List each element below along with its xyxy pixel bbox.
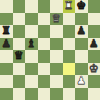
square-a7[interactable] bbox=[0, 13, 13, 26]
square-f2[interactable] bbox=[63, 75, 76, 88]
black-pawn-piece[interactable]: ♟ bbox=[89, 38, 99, 51]
square-b3[interactable] bbox=[13, 63, 26, 76]
square-f3[interactable] bbox=[63, 63, 76, 76]
square-e6[interactable] bbox=[50, 25, 63, 38]
square-g7[interactable] bbox=[75, 13, 88, 26]
black-pawn-piece[interactable]: ♟ bbox=[1, 38, 11, 51]
square-h3[interactable]: ♚ bbox=[88, 63, 101, 76]
square-h1[interactable] bbox=[88, 88, 101, 101]
square-g2[interactable]: ♟ bbox=[75, 75, 88, 88]
black-king-piece[interactable]: ♚ bbox=[76, 0, 86, 13]
square-e4[interactable] bbox=[50, 50, 63, 63]
chess-board: ♜♚♛♜♟♟♝♟♛♚♟ bbox=[0, 0, 100, 100]
square-e3[interactable] bbox=[50, 63, 63, 76]
square-d7[interactable] bbox=[38, 13, 51, 26]
square-g8[interactable]: ♚ bbox=[75, 0, 88, 13]
square-c3[interactable] bbox=[25, 63, 38, 76]
square-a5[interactable]: ♟ bbox=[0, 38, 13, 51]
white-queen-piece[interactable]: ♛ bbox=[51, 13, 61, 26]
square-c5[interactable]: ♝ bbox=[25, 38, 38, 51]
square-g1[interactable] bbox=[75, 88, 88, 101]
square-h4[interactable] bbox=[88, 50, 101, 63]
square-b5[interactable] bbox=[13, 38, 26, 51]
square-c2[interactable] bbox=[25, 75, 38, 88]
square-g5[interactable] bbox=[75, 38, 88, 51]
square-a6[interactable]: ♜ bbox=[0, 25, 13, 38]
square-g6[interactable]: ♟ bbox=[75, 25, 88, 38]
square-f8[interactable]: ♜ bbox=[63, 0, 76, 13]
square-f5[interactable] bbox=[63, 38, 76, 51]
square-d5[interactable] bbox=[38, 38, 51, 51]
square-b2[interactable] bbox=[13, 75, 26, 88]
square-f1[interactable] bbox=[63, 88, 76, 101]
square-h5[interactable]: ♟ bbox=[88, 38, 101, 51]
square-c7[interactable] bbox=[25, 13, 38, 26]
black-bishop-piece[interactable]: ♝ bbox=[26, 38, 36, 51]
square-b8[interactable] bbox=[13, 0, 26, 13]
square-d1[interactable] bbox=[38, 88, 51, 101]
square-e7[interactable]: ♛ bbox=[50, 13, 63, 26]
square-c8[interactable] bbox=[25, 0, 38, 13]
square-d4[interactable] bbox=[38, 50, 51, 63]
square-a4[interactable] bbox=[0, 50, 13, 63]
square-b4[interactable]: ♛ bbox=[13, 50, 26, 63]
square-c4[interactable] bbox=[25, 50, 38, 63]
square-e2[interactable] bbox=[50, 75, 63, 88]
square-e5[interactable] bbox=[50, 38, 63, 51]
square-a3[interactable] bbox=[0, 63, 13, 76]
square-e8[interactable] bbox=[50, 0, 63, 13]
square-h6[interactable] bbox=[88, 25, 101, 38]
square-a1[interactable] bbox=[0, 88, 13, 101]
square-e1[interactable] bbox=[50, 88, 63, 101]
square-h7[interactable] bbox=[88, 13, 101, 26]
square-h2[interactable] bbox=[88, 75, 101, 88]
square-d8[interactable] bbox=[38, 0, 51, 13]
square-b1[interactable] bbox=[13, 88, 26, 101]
white-pawn-piece[interactable]: ♟ bbox=[76, 75, 86, 88]
white-rook-piece[interactable]: ♜ bbox=[64, 0, 74, 13]
square-g4[interactable] bbox=[75, 50, 88, 63]
square-d3[interactable] bbox=[38, 63, 51, 76]
square-a2[interactable] bbox=[0, 75, 13, 88]
square-f7[interactable] bbox=[63, 13, 76, 26]
square-g3[interactable] bbox=[75, 63, 88, 76]
square-d2[interactable] bbox=[38, 75, 51, 88]
black-queen-piece[interactable]: ♛ bbox=[14, 50, 24, 63]
square-b7[interactable] bbox=[13, 13, 26, 26]
square-a8[interactable] bbox=[0, 0, 13, 13]
black-pawn-piece[interactable]: ♟ bbox=[76, 25, 86, 38]
square-h8[interactable] bbox=[88, 0, 101, 13]
square-b6[interactable] bbox=[13, 25, 26, 38]
white-king-piece[interactable]: ♚ bbox=[89, 63, 99, 75]
square-d6[interactable] bbox=[38, 25, 51, 38]
square-f6[interactable] bbox=[63, 25, 76, 38]
square-f4[interactable] bbox=[63, 50, 76, 63]
square-c1[interactable] bbox=[25, 88, 38, 101]
square-c6[interactable] bbox=[25, 25, 38, 38]
